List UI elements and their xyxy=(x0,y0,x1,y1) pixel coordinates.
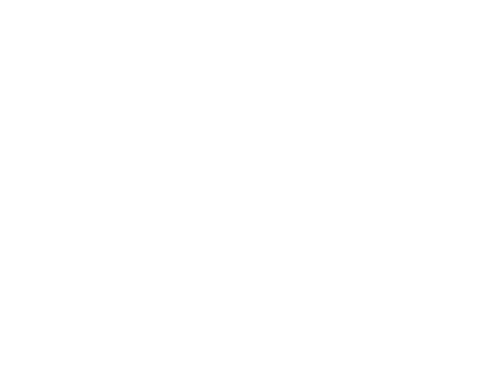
go-board-app xyxy=(0,0,500,377)
